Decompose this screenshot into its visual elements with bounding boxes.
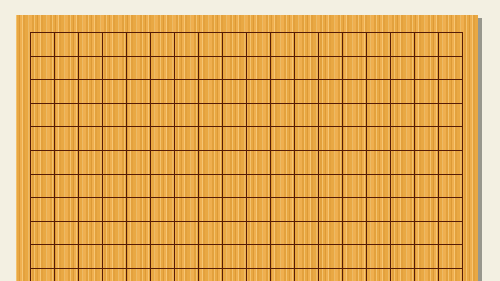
go-diagram xyxy=(0,0,500,281)
go-board[interactable] xyxy=(16,15,478,281)
board-shadow xyxy=(478,18,482,281)
right-coordinate-labels xyxy=(484,20,500,280)
top-coordinate-labels xyxy=(18,0,474,14)
left-coordinate-labels xyxy=(0,20,14,280)
board-intersection-grid xyxy=(18,20,474,280)
